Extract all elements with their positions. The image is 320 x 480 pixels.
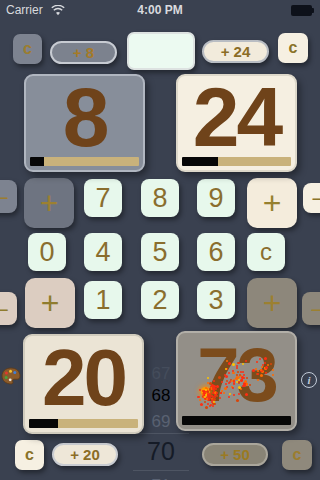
counter-bottom-left: 20: [23, 334, 144, 434]
app-screen: Carrier 4:00 PM c + 8 + 24 c 8 24 – + 7 …: [0, 0, 320, 480]
key-clear[interactable]: c: [247, 233, 285, 271]
key-2[interactable]: 2: [141, 281, 179, 319]
picker-selected-value: 70: [131, 437, 191, 466]
key-8[interactable]: 8: [141, 179, 179, 217]
progress-top-left: [30, 157, 139, 166]
key-5[interactable]: 5: [141, 233, 179, 271]
info-icon[interactable]: i: [301, 372, 317, 388]
minus-left-top-button[interactable]: –: [0, 180, 17, 213]
key-1[interactable]: 1: [84, 281, 122, 319]
counter-top-left: 8: [24, 74, 145, 172]
status-bar: Carrier 4:00 PM: [0, 0, 320, 20]
plus-left-top-button[interactable]: +: [24, 178, 74, 228]
battery-icon: [291, 5, 315, 16]
progress-bottom-left: [29, 419, 138, 428]
picker-item: 71: [131, 476, 191, 480]
clock: 4:00 PM: [0, 3, 320, 17]
add-50-button[interactable]: + 50: [202, 443, 268, 466]
progress-top-right: [182, 157, 291, 166]
counter-bottom-left-value: 20: [42, 338, 125, 430]
picker-selection-line: [133, 470, 189, 471]
minus-left-bottom-button[interactable]: –: [0, 292, 17, 325]
add-8-button[interactable]: + 8: [50, 41, 117, 64]
add-20-button[interactable]: + 20: [52, 443, 118, 466]
picker-selection-line: [133, 433, 189, 434]
key-7[interactable]: 7: [84, 179, 122, 217]
key-3[interactable]: 3: [197, 281, 235, 319]
plus-right-top-button[interactable]: +: [247, 178, 297, 228]
key-0[interactable]: 0: [28, 233, 66, 271]
clear-bottom-left-button[interactable]: c: [15, 440, 44, 470]
key-6[interactable]: 6: [197, 233, 235, 271]
entry-input[interactable]: [127, 32, 195, 70]
minus-right-top-button[interactable]: –: [303, 183, 320, 213]
palette-icon[interactable]: [1, 367, 21, 385]
key-4[interactable]: 4: [84, 233, 122, 271]
add-24-button[interactable]: + 24: [202, 40, 269, 63]
celebration-particles: [178, 333, 295, 429]
clear-top-right-button[interactable]: c: [278, 33, 308, 63]
clear-bottom-right-button[interactable]: c: [282, 440, 312, 470]
counter-bottom-right: 73: [176, 331, 297, 431]
plus-right-bottom-button[interactable]: +: [247, 278, 297, 328]
minus-right-bottom-button[interactable]: –: [302, 292, 320, 325]
counter-top-right: 24: [176, 74, 297, 172]
plus-left-bottom-button[interactable]: +: [25, 278, 75, 328]
clear-top-left-button[interactable]: c: [13, 34, 42, 64]
key-9[interactable]: 9: [197, 179, 235, 217]
